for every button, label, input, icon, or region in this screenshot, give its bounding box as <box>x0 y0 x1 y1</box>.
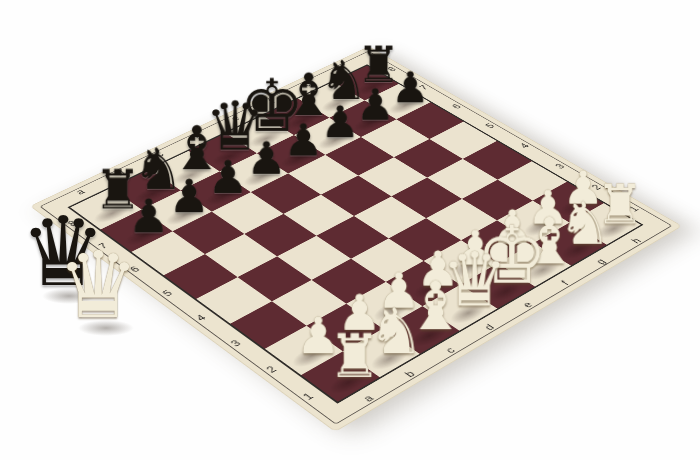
piece-white-queen-extra: ♛ <box>57 240 139 332</box>
chess-set-photo: abcdefgh abcdefgh 87654321 87654321 ♜♞♝♛… <box>0 0 700 460</box>
white-rook-glyph: ♜ <box>305 327 405 387</box>
board-pieces: ♜♞♝♛♚♝♞♜♟♟♟♟♟♟♟♟♟♟♟♟♟♟♟♟♜♞♝♛♚♝♞♜ <box>70 66 641 402</box>
